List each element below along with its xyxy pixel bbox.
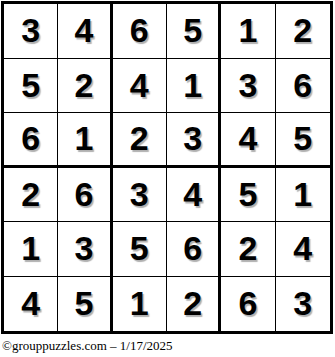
sudoku-cell-r6c1: 4: [4, 277, 58, 332]
sudoku-cell-r4c5: 5: [221, 168, 275, 223]
sudoku-cell-r5c4: 6: [167, 222, 221, 277]
sudoku-cell-r3c4: 3: [167, 113, 221, 168]
sudoku-cell-r4c3: 3: [113, 168, 167, 223]
sudoku-cell-r1c1: 3: [4, 4, 58, 59]
sudoku-cell-r3c1: 6: [4, 113, 58, 168]
sudoku-cell-r2c1: 5: [4, 59, 58, 114]
sudoku-cell-r2c4: 1: [167, 59, 221, 114]
sudoku-cell-r5c6: 4: [276, 222, 330, 277]
sudoku-cell-r1c3: 6: [113, 4, 167, 59]
sudoku-cell-r3c6: 5: [276, 113, 330, 168]
sudoku-cell-r1c5: 1: [221, 4, 275, 59]
sudoku-cell-r1c2: 4: [58, 4, 112, 59]
sudoku-cell-r2c2: 2: [58, 59, 112, 114]
copyright-text: ©grouppuzzles.com – 1/17/2025: [2, 338, 173, 353]
sudoku-cell-r2c6: 6: [276, 59, 330, 114]
sudoku-cell-r3c5: 4: [221, 113, 275, 168]
sudoku-cell-r5c2: 3: [58, 222, 112, 277]
sudoku-cell-r1c4: 5: [167, 4, 221, 59]
sudoku-cell-r3c2: 1: [58, 113, 112, 168]
sudoku-cell-r6c2: 5: [58, 277, 112, 332]
sudoku-cell-r2c5: 3: [221, 59, 275, 114]
sudoku-cell-r6c3: 1: [113, 277, 167, 332]
sudoku-cell-r1c6: 2: [276, 4, 330, 59]
sudoku-cell-r5c3: 5: [113, 222, 167, 277]
sudoku-cell-r4c4: 4: [167, 168, 221, 223]
sudoku-cell-r4c6: 1: [276, 168, 330, 223]
sudoku-cell-r4c2: 6: [58, 168, 112, 223]
sudoku-cell-r3c3: 2: [113, 113, 167, 168]
sudoku-cell-r5c5: 2: [221, 222, 275, 277]
sudoku-board: 346512524136612345263451135624451263: [1, 1, 333, 334]
sudoku-cell-r2c3: 4: [113, 59, 167, 114]
sudoku-cell-r5c1: 1: [4, 222, 58, 277]
sudoku-cell-r6c4: 2: [167, 277, 221, 332]
sudoku-cell-r6c6: 3: [276, 277, 330, 332]
sudoku-cell-r4c1: 2: [4, 168, 58, 223]
sudoku-cell-r6c5: 6: [221, 277, 275, 332]
